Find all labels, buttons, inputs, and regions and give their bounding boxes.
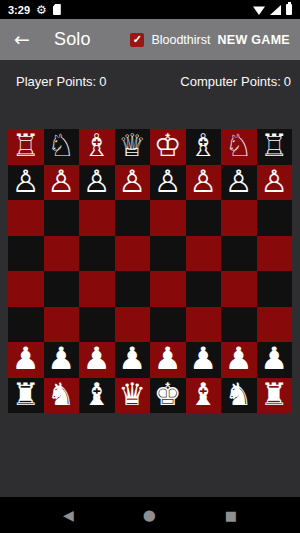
piece-bP: ♙ — [47, 166, 75, 197]
piece-bP: ♙ — [189, 166, 217, 197]
sd-card-icon — [53, 4, 61, 15]
piece-wN: ♞ — [225, 379, 253, 410]
square-b7[interactable]: ♙ — [44, 165, 80, 201]
square-g6[interactable] — [221, 200, 257, 236]
square-g8[interactable]: ♘ — [221, 129, 257, 165]
square-f4[interactable] — [186, 271, 222, 307]
piece-wP: ♟ — [225, 343, 253, 374]
piece-wP: ♟ — [118, 343, 146, 374]
piece-wP: ♟ — [189, 343, 217, 374]
wifi-icon — [253, 5, 265, 15]
square-d5[interactable] — [115, 236, 151, 272]
square-b5[interactable] — [44, 236, 80, 272]
back-button[interactable]: ← — [14, 30, 30, 49]
square-d8[interactable]: ♕ — [115, 129, 151, 165]
square-h6[interactable] — [257, 200, 293, 236]
status-bar: 3:29 ⚙ — [0, 0, 300, 19]
square-f1[interactable]: ♝ — [186, 378, 222, 414]
square-e5[interactable] — [150, 236, 186, 272]
piece-wR: ♜ — [260, 379, 288, 410]
square-h1[interactable]: ♜ — [257, 378, 293, 414]
square-a1[interactable]: ♜ — [8, 378, 44, 414]
bloodthirst-label[interactable]: Bloodthirst — [151, 33, 210, 47]
piece-bQ: ♕ — [118, 130, 146, 161]
bloodthirst-checkbox[interactable]: ✓ — [130, 33, 144, 47]
piece-wK: ♚ — [154, 379, 182, 410]
square-c8[interactable]: ♗ — [79, 129, 115, 165]
square-c4[interactable] — [79, 271, 115, 307]
page-title: Solo — [54, 29, 91, 50]
square-a2[interactable]: ♟ — [8, 342, 44, 378]
signal-icon — [270, 5, 281, 15]
piece-wP: ♟ — [83, 343, 111, 374]
square-e2[interactable]: ♟ — [150, 342, 186, 378]
piece-bN: ♘ — [225, 130, 253, 161]
square-a8[interactable]: ♖ — [8, 129, 44, 165]
square-e1[interactable]: ♚ — [150, 378, 186, 414]
square-g2[interactable]: ♟ — [221, 342, 257, 378]
square-e4[interactable] — [150, 271, 186, 307]
square-e8[interactable]: ♔ — [150, 129, 186, 165]
piece-bP: ♙ — [118, 166, 146, 197]
player-points-value: 0 — [99, 74, 106, 89]
nav-bar: ◀ ● ■ — [0, 497, 300, 533]
square-a5[interactable] — [8, 236, 44, 272]
square-f3[interactable] — [186, 307, 222, 343]
battery-icon — [286, 4, 292, 15]
piece-wR: ♜ — [12, 379, 40, 410]
player-points: Player Points:0 — [16, 74, 106, 89]
piece-wB: ♝ — [83, 379, 111, 410]
square-h2[interactable]: ♟ — [257, 342, 293, 378]
piece-wP: ♟ — [260, 343, 288, 374]
piece-bK: ♔ — [154, 130, 182, 161]
piece-wP: ♟ — [154, 343, 182, 374]
square-g3[interactable] — [221, 307, 257, 343]
square-c3[interactable] — [79, 307, 115, 343]
square-h4[interactable] — [257, 271, 293, 307]
piece-bP: ♙ — [12, 166, 40, 197]
square-h8[interactable]: ♖ — [257, 129, 293, 165]
android-back-icon[interactable]: ◀ — [63, 508, 74, 522]
piece-bN: ♘ — [47, 130, 75, 161]
square-g1[interactable]: ♞ — [221, 378, 257, 414]
piece-wB: ♝ — [189, 379, 217, 410]
square-f8[interactable]: ♗ — [186, 129, 222, 165]
piece-bR: ♖ — [260, 130, 288, 161]
square-g4[interactable] — [221, 271, 257, 307]
square-d7[interactable]: ♙ — [115, 165, 151, 201]
square-c5[interactable] — [79, 236, 115, 272]
computer-points: Computer Points:0 — [180, 74, 291, 89]
piece-bP: ♙ — [83, 166, 111, 197]
android-home-icon[interactable]: ● — [143, 508, 156, 523]
android-recents-icon[interactable]: ■ — [225, 509, 237, 522]
scoreboard: Player Points:0 Computer Points:0 — [0, 74, 300, 89]
piece-wP: ♟ — [47, 343, 75, 374]
computer-points-label: Computer Points: — [180, 74, 280, 89]
square-f6[interactable] — [186, 200, 222, 236]
square-d4[interactable] — [115, 271, 151, 307]
piece-wQ: ♛ — [118, 379, 146, 410]
square-h5[interactable] — [257, 236, 293, 272]
square-f2[interactable]: ♟ — [186, 342, 222, 378]
piece-bR: ♖ — [12, 130, 40, 161]
piece-wP: ♟ — [12, 343, 40, 374]
square-h7[interactable]: ♙ — [257, 165, 293, 201]
square-a7[interactable]: ♙ — [8, 165, 44, 201]
piece-bP: ♙ — [154, 166, 182, 197]
player-points-label: Player Points: — [16, 74, 96, 89]
checkmark-icon: ✓ — [133, 34, 142, 45]
square-c7[interactable]: ♙ — [79, 165, 115, 201]
gear-icon: ⚙ — [36, 4, 47, 16]
square-d2[interactable]: ♟ — [115, 342, 151, 378]
square-g5[interactable] — [221, 236, 257, 272]
chess-board: ♖♘♗♕♔♗♘♖♙♙♙♙♙♙♙♙♟♟♟♟♟♟♟♟♜♞♝♛♚♝♞♜ — [8, 129, 292, 413]
app-bar: ← Solo ✓ Bloodthirst NEW GAME — [0, 19, 300, 60]
square-a3[interactable] — [8, 307, 44, 343]
square-b2[interactable]: ♟ — [44, 342, 80, 378]
clock: 3:29 — [8, 4, 30, 16]
square-b3[interactable] — [44, 307, 80, 343]
square-b6[interactable] — [44, 200, 80, 236]
square-e7[interactable]: ♙ — [150, 165, 186, 201]
square-f7[interactable]: ♙ — [186, 165, 222, 201]
square-c1[interactable]: ♝ — [79, 378, 115, 414]
square-e3[interactable] — [150, 307, 186, 343]
square-a6[interactable] — [8, 200, 44, 236]
square-e6[interactable] — [150, 200, 186, 236]
square-b8[interactable]: ♘ — [44, 129, 80, 165]
piece-bB: ♗ — [83, 130, 111, 161]
square-c6[interactable] — [79, 200, 115, 236]
square-f5[interactable] — [186, 236, 222, 272]
square-b4[interactable] — [44, 271, 80, 307]
square-a4[interactable] — [8, 271, 44, 307]
piece-wN: ♞ — [47, 379, 75, 410]
piece-bB: ♗ — [189, 130, 217, 161]
square-b1[interactable]: ♞ — [44, 378, 80, 414]
phone-screen: 3:29 ⚙ ← Solo ✓ Bloodthirst NEW GAME Pla… — [0, 0, 300, 533]
new-game-button[interactable]: NEW GAME — [217, 33, 290, 47]
square-d3[interactable] — [115, 307, 151, 343]
computer-points-value: 0 — [284, 74, 291, 89]
square-h3[interactable] — [257, 307, 293, 343]
square-d1[interactable]: ♛ — [115, 378, 151, 414]
square-g7[interactable]: ♙ — [221, 165, 257, 201]
square-c2[interactable]: ♟ — [79, 342, 115, 378]
piece-bP: ♙ — [260, 166, 288, 197]
square-d6[interactable] — [115, 200, 151, 236]
piece-bP: ♙ — [225, 166, 253, 197]
